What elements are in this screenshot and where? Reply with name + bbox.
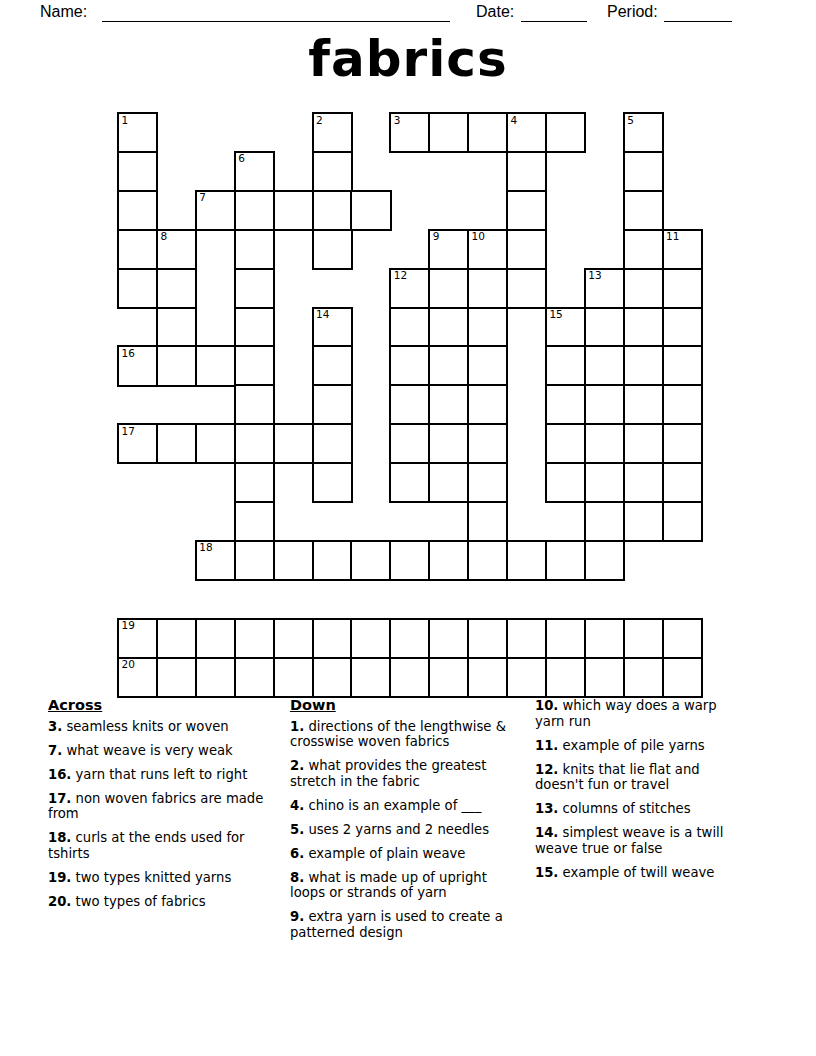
cell-r2c10[interactable] [506, 190, 547, 231]
cell-r3c1[interactable]: 8 [156, 229, 197, 270]
clue-number: 14. [535, 825, 558, 840]
cell-r8c4[interactable] [273, 423, 314, 464]
cell-r10c3[interactable] [234, 501, 275, 542]
cell-r0c0[interactable]: 1 [117, 112, 158, 153]
clue-number: 12. [535, 762, 558, 777]
cell-r8c11[interactable] [545, 423, 586, 464]
cell-r6c13[interactable] [623, 345, 664, 386]
cell-r14c9[interactable] [467, 657, 508, 698]
cell-r9c8[interactable] [428, 462, 469, 503]
cell-r1c13[interactable] [623, 151, 664, 192]
cell-r13c14[interactable] [662, 618, 703, 659]
clue-item: 17. non woven fabrics are made from [48, 791, 284, 822]
clue-number: 9. [290, 909, 304, 924]
cell-r2c0[interactable] [117, 190, 158, 231]
cell-r4c14[interactable] [662, 268, 703, 309]
cell-number: 11 [666, 231, 679, 242]
cell-r11c6[interactable] [350, 540, 391, 581]
clue-item: 2. what provides the greatest stretch in… [290, 758, 522, 789]
cell-r11c7[interactable] [389, 540, 430, 581]
cell-r4c1[interactable] [156, 268, 197, 309]
cell-r9c14[interactable] [662, 462, 703, 503]
cell-r11c11[interactable] [545, 540, 586, 581]
cell-r6c3[interactable] [234, 345, 275, 386]
cell-r8c1[interactable] [156, 423, 197, 464]
cell-r3c13[interactable] [623, 229, 664, 270]
cell-r8c9[interactable] [467, 423, 508, 464]
cell-r14c2[interactable] [195, 657, 236, 698]
cell-number: 16 [122, 348, 135, 359]
clue-number: 7. [48, 743, 62, 758]
cell-number: 12 [394, 270, 407, 281]
cell-r7c11[interactable] [545, 384, 586, 425]
cell-r13c2[interactable] [195, 618, 236, 659]
cell-r14c7[interactable] [389, 657, 430, 698]
cell-r8c7[interactable] [389, 423, 430, 464]
across-clues-column: Across 3. seamless knits or woven7. what… [48, 698, 284, 918]
cell-r13c5[interactable] [312, 618, 353, 659]
down-clue-list: 1. directions of the lengthwise & crossw… [290, 719, 522, 941]
cell-r2c3[interactable] [234, 190, 275, 231]
clue-item: 4. chino is an example of ___ [290, 798, 522, 814]
cell-r10c13[interactable] [623, 501, 664, 542]
cell-r7c8[interactable] [428, 384, 469, 425]
cell-r13c7[interactable] [389, 618, 430, 659]
clue-item: 1. directions of the lengthwise & crossw… [290, 719, 522, 750]
cell-r1c5[interactable] [312, 151, 353, 192]
cell-r13c10[interactable] [506, 618, 547, 659]
down-heading: Down [290, 698, 522, 714]
cell-r11c2[interactable]: 18 [195, 540, 236, 581]
cell-r13c9[interactable] [467, 618, 508, 659]
clue-number: 4. [290, 798, 304, 813]
cell-r13c1[interactable] [156, 618, 197, 659]
cell-r14c6[interactable] [350, 657, 391, 698]
cell-r6c9[interactable] [467, 345, 508, 386]
clue-number: 3. [48, 719, 62, 734]
cell-r3c14[interactable]: 11 [662, 229, 703, 270]
date-label: Date: [476, 3, 514, 21]
cell-r11c9[interactable] [467, 540, 508, 581]
cell-r1c3[interactable]: 6 [234, 151, 275, 192]
clue-item: 19. two types knitted yarns [48, 870, 284, 886]
cell-r11c12[interactable] [584, 540, 625, 581]
cell-number: 20 [122, 659, 135, 670]
cell-r14c10[interactable] [506, 657, 547, 698]
clue-item: 6. example of plain weave [290, 846, 522, 862]
cell-r6c11[interactable] [545, 345, 586, 386]
cell-r0c10[interactable]: 4 [506, 112, 547, 153]
cell-r13c13[interactable] [623, 618, 664, 659]
cell-r9c12[interactable] [584, 462, 625, 503]
cell-r9c11[interactable] [545, 462, 586, 503]
cell-r14c4[interactable] [273, 657, 314, 698]
clue-number: 5. [290, 822, 304, 837]
cell-r11c8[interactable] [428, 540, 469, 581]
cell-r14c5[interactable] [312, 657, 353, 698]
cell-r11c4[interactable] [273, 540, 314, 581]
cell-r6c12[interactable] [584, 345, 625, 386]
cell-r6c5[interactable] [312, 345, 353, 386]
cell-r8c5[interactable] [312, 423, 353, 464]
cell-r9c13[interactable] [623, 462, 664, 503]
cell-number: 19 [122, 620, 135, 631]
clue-number: 2. [290, 758, 304, 773]
cell-r5c11[interactable]: 15 [545, 307, 586, 348]
cell-r8c3[interactable] [234, 423, 275, 464]
cell-r9c9[interactable] [467, 462, 508, 503]
cell-r14c8[interactable] [428, 657, 469, 698]
cell-number: 1 [122, 115, 129, 126]
cell-r13c11[interactable] [545, 618, 586, 659]
cell-r0c11[interactable] [545, 112, 586, 153]
cell-r7c5[interactable] [312, 384, 353, 425]
clue-item: 15. example of twill weave [535, 865, 747, 881]
cell-r2c13[interactable] [623, 190, 664, 231]
name-field[interactable] [102, 3, 450, 22]
cell-r13c4[interactable] [273, 618, 314, 659]
clue-item: 9. extra yarn is used to create a patter… [290, 909, 522, 940]
cell-r9c3[interactable] [234, 462, 275, 503]
cell-r4c8[interactable] [428, 268, 469, 309]
clue-number: 11. [535, 738, 558, 753]
cell-number: 2 [316, 115, 323, 126]
cell-r11c5[interactable] [312, 540, 353, 581]
cell-r10c12[interactable] [584, 501, 625, 542]
clue-item: 7. what weave is very weak [48, 743, 284, 759]
cell-number: 4 [511, 115, 518, 126]
cell-r3c5[interactable] [312, 229, 353, 270]
cell-r5c8[interactable] [428, 307, 469, 348]
cell-number: 7 [199, 192, 206, 203]
clue-item: 5. uses 2 yarns and 2 needles [290, 822, 522, 838]
cell-r14c3[interactable] [234, 657, 275, 698]
cell-r0c13[interactable]: 5 [623, 112, 664, 153]
cell-r8c14[interactable] [662, 423, 703, 464]
clue-item: 18. curls at the ends used for tshirts [48, 830, 284, 861]
crossword-grid: 1234567891011121314151617181920 [117, 112, 703, 698]
cell-r5c5[interactable]: 14 [312, 307, 353, 348]
cell-r6c1[interactable] [156, 345, 197, 386]
clue-number: 19. [48, 870, 71, 885]
clue-item: 14. simplest weave is a twill weave true… [535, 825, 747, 856]
cell-r11c10[interactable] [506, 540, 547, 581]
cell-r5c14[interactable] [662, 307, 703, 348]
date-field[interactable] [521, 3, 587, 22]
cell-r14c1[interactable] [156, 657, 197, 698]
across-clue-list: 3. seamless knits or woven7. what weave … [48, 719, 284, 910]
cell-r4c12[interactable]: 13 [584, 268, 625, 309]
across-heading: Across [48, 698, 284, 714]
cell-r5c13[interactable] [623, 307, 664, 348]
cell-number: 9 [433, 231, 440, 242]
cell-number: 14 [316, 309, 329, 320]
cell-r2c6[interactable] [350, 190, 391, 231]
cell-r7c7[interactable] [389, 384, 430, 425]
cell-r6c0[interactable]: 16 [117, 345, 158, 386]
cell-r4c10[interactable] [506, 268, 547, 309]
clue-number: 10. [535, 698, 558, 713]
cell-r10c9[interactable] [467, 501, 508, 542]
clue-item: 11. example of pile yarns [535, 738, 747, 754]
cell-r2c5[interactable] [312, 190, 353, 231]
cell-r8c8[interactable] [428, 423, 469, 464]
cell-r6c8[interactable] [428, 345, 469, 386]
cell-r4c3[interactable] [234, 268, 275, 309]
clue-number: 8. [290, 870, 304, 885]
cell-r14c12[interactable] [584, 657, 625, 698]
cell-r0c9[interactable] [467, 112, 508, 153]
cell-number: 15 [549, 309, 562, 320]
cell-r13c12[interactable] [584, 618, 625, 659]
clue-number: 20. [48, 894, 71, 909]
clue-number: 15. [535, 865, 558, 880]
cell-r14c0[interactable]: 20 [117, 657, 158, 698]
clue-item: 8. what is made up of upright loops or s… [290, 870, 522, 901]
cell-r7c9[interactable] [467, 384, 508, 425]
puzzle-title: fabrics [0, 30, 816, 88]
clue-number: 13. [535, 801, 558, 816]
cell-r13c0[interactable]: 19 [117, 618, 158, 659]
cell-r6c2[interactable] [195, 345, 236, 386]
cell-number: 10 [472, 231, 485, 242]
cell-r8c13[interactable] [623, 423, 664, 464]
cell-r6c14[interactable] [662, 345, 703, 386]
cell-r13c3[interactable] [234, 618, 275, 659]
cell-r3c8[interactable]: 9 [428, 229, 469, 270]
clue-number: 18. [48, 830, 71, 845]
cell-r2c4[interactable] [273, 190, 314, 231]
cell-number: 17 [122, 426, 135, 437]
cell-r11c3[interactable] [234, 540, 275, 581]
cell-r9c5[interactable] [312, 462, 353, 503]
cell-r2c2[interactable]: 7 [195, 190, 236, 231]
clue-item: 10. which way does a warp yarn run [535, 698, 747, 729]
cell-r13c8[interactable] [428, 618, 469, 659]
cell-number: 8 [160, 231, 167, 242]
name-label: Name: [40, 3, 87, 21]
cell-number: 18 [199, 542, 212, 553]
cell-r14c11[interactable] [545, 657, 586, 698]
clue-item: 16. yarn that runs left to right [48, 767, 284, 783]
down-clues-column: Down 1. directions of the lengthwise & c… [290, 698, 522, 949]
cell-number: 5 [627, 115, 634, 126]
cell-r7c13[interactable] [623, 384, 664, 425]
period-label: Period: [607, 3, 658, 21]
cell-r0c5[interactable]: 2 [312, 112, 353, 153]
cell-r10c14[interactable] [662, 501, 703, 542]
cell-r13c6[interactable] [350, 618, 391, 659]
period-field[interactable] [664, 3, 732, 22]
cell-number: 3 [394, 115, 401, 126]
cell-r4c0[interactable] [117, 268, 158, 309]
cell-r7c3[interactable] [234, 384, 275, 425]
clue-number: 16. [48, 767, 71, 782]
cell-r0c8[interactable] [428, 112, 469, 153]
clue-item: 13. columns of stitches [535, 801, 747, 817]
cell-r6c7[interactable] [389, 345, 430, 386]
clue-number: 1. [290, 719, 304, 734]
clue-item: 12. knits that lie flat and doesn't fun … [535, 762, 747, 793]
cell-r4c13[interactable] [623, 268, 664, 309]
cell-r5c12[interactable] [584, 307, 625, 348]
down-clue-list-continued: 10. which way does a warp yarn run11. ex… [535, 698, 747, 880]
down-clues-column-2: 10. which way does a warp yarn run11. ex… [535, 698, 747, 889]
worksheet-page: { "game": "crossword", "title": "fabrics… [0, 0, 816, 1056]
cell-r3c0[interactable] [117, 229, 158, 270]
cell-r5c1[interactable] [156, 307, 197, 348]
clue-number: 17. [48, 791, 71, 806]
cell-r1c0[interactable] [117, 151, 158, 192]
cell-r3c9[interactable]: 10 [467, 229, 508, 270]
cell-r8c0[interactable]: 17 [117, 423, 158, 464]
cell-r14c14[interactable] [662, 657, 703, 698]
cell-r8c2[interactable] [195, 423, 236, 464]
cell-r4c7[interactable]: 12 [389, 268, 430, 309]
clue-item: 3. seamless knits or woven [48, 719, 284, 735]
cell-r7c14[interactable] [662, 384, 703, 425]
clue-number: 6. [290, 846, 304, 861]
cell-r5c3[interactable] [234, 307, 275, 348]
cell-r3c3[interactable] [234, 229, 275, 270]
cell-r9c7[interactable] [389, 462, 430, 503]
clue-item: 20. two types of fabrics [48, 894, 284, 910]
cell-r0c7[interactable]: 3 [389, 112, 430, 153]
cell-number: 13 [588, 270, 601, 281]
cell-number: 6 [238, 153, 245, 164]
cell-r3c10[interactable] [506, 229, 547, 270]
cell-r8c12[interactable] [584, 423, 625, 464]
cell-r1c10[interactable] [506, 151, 547, 192]
cell-r14c13[interactable] [623, 657, 664, 698]
cell-r5c9[interactable] [467, 307, 508, 348]
cell-r5c7[interactable] [389, 307, 430, 348]
cell-r7c12[interactable] [584, 384, 625, 425]
cell-r4c9[interactable] [467, 268, 508, 309]
